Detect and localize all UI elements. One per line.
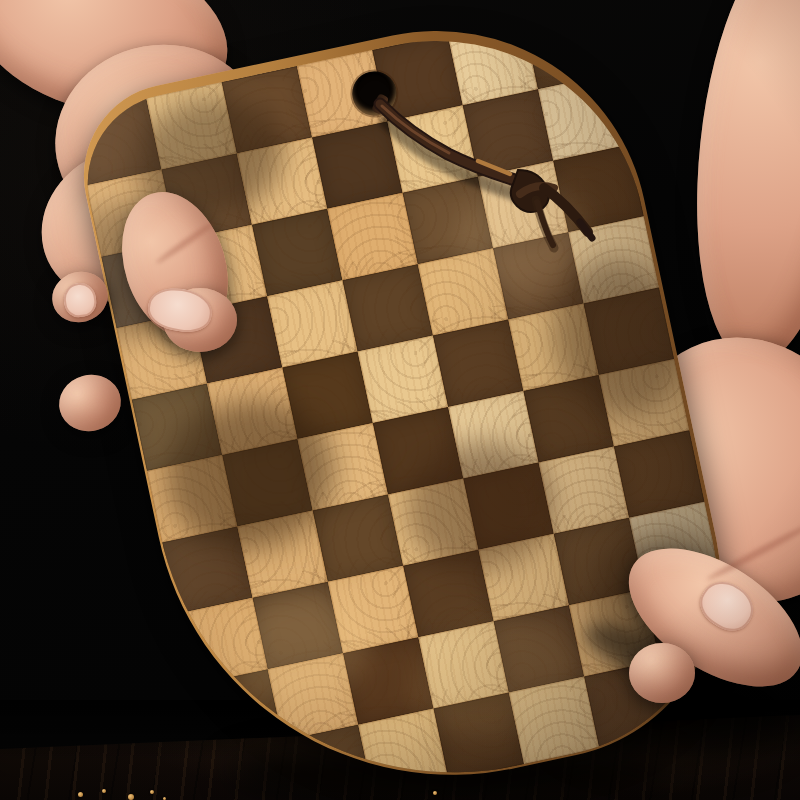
- cord-tail-1-end: [580, 222, 592, 238]
- scene: [0, 0, 800, 800]
- crumb: [102, 789, 106, 793]
- right-thumb-tip: [629, 643, 695, 703]
- crumb: [433, 791, 437, 795]
- crumb: [150, 790, 154, 794]
- crumb: [128, 794, 134, 800]
- crumb: [78, 792, 83, 797]
- leather-cord: [330, 60, 620, 270]
